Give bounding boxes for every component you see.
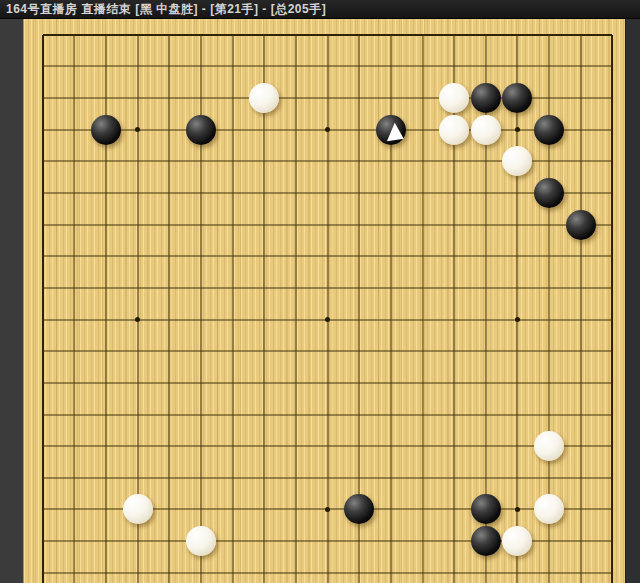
intersection[interactable] <box>154 209 186 241</box>
intersection[interactable] <box>122 367 154 399</box>
intersection[interactable] <box>154 557 186 583</box>
intersection[interactable] <box>280 240 312 272</box>
intersection[interactable] <box>597 335 625 367</box>
intersection[interactable] <box>565 177 597 209</box>
intersection[interactable] <box>59 82 91 114</box>
intersection[interactable] <box>185 335 217 367</box>
intersection[interactable] <box>280 494 312 526</box>
intersection[interactable] <box>533 462 565 494</box>
intersection[interactable] <box>312 114 344 146</box>
intersection[interactable] <box>27 177 59 209</box>
intersection[interactable] <box>375 19 407 51</box>
intersection[interactable] <box>565 304 597 336</box>
intersection[interactable] <box>565 146 597 178</box>
intersection[interactable] <box>217 19 249 51</box>
intersection[interactable] <box>533 51 565 83</box>
intersection[interactable] <box>280 209 312 241</box>
intersection[interactable] <box>27 209 59 241</box>
intersection[interactable] <box>375 525 407 557</box>
intersection[interactable] <box>533 146 565 178</box>
intersection[interactable] <box>312 177 344 209</box>
intersection[interactable] <box>343 82 375 114</box>
intersection[interactable] <box>533 209 565 241</box>
intersection[interactable] <box>312 525 344 557</box>
intersection[interactable] <box>27 335 59 367</box>
intersection[interactable] <box>438 146 470 178</box>
intersection[interactable] <box>122 494 154 526</box>
intersection[interactable] <box>154 462 186 494</box>
intersection[interactable] <box>185 462 217 494</box>
intersection[interactable] <box>375 82 407 114</box>
intersection[interactable] <box>343 51 375 83</box>
intersection[interactable] <box>343 177 375 209</box>
intersection[interactable] <box>470 240 502 272</box>
intersection[interactable] <box>248 209 280 241</box>
intersection[interactable] <box>59 430 91 462</box>
intersection[interactable] <box>470 304 502 336</box>
intersection[interactable] <box>217 462 249 494</box>
intersection[interactable] <box>27 525 59 557</box>
intersection[interactable] <box>502 525 534 557</box>
intersection[interactable] <box>154 367 186 399</box>
intersection[interactable] <box>90 19 122 51</box>
intersection[interactable] <box>27 304 59 336</box>
intersection[interactable] <box>312 304 344 336</box>
intersection[interactable] <box>312 19 344 51</box>
intersection[interactable] <box>533 367 565 399</box>
intersection[interactable] <box>533 494 565 526</box>
intersection[interactable] <box>470 335 502 367</box>
intersection[interactable] <box>343 525 375 557</box>
intersection[interactable] <box>343 430 375 462</box>
intersection[interactable] <box>597 430 625 462</box>
intersection[interactable] <box>407 430 439 462</box>
intersection[interactable] <box>565 82 597 114</box>
intersection[interactable] <box>343 399 375 431</box>
intersection[interactable] <box>280 557 312 583</box>
intersection[interactable] <box>597 304 625 336</box>
intersection[interactable] <box>597 51 625 83</box>
intersection[interactable] <box>438 209 470 241</box>
intersection[interactable] <box>217 177 249 209</box>
intersection[interactable] <box>470 272 502 304</box>
intersection[interactable] <box>597 462 625 494</box>
intersection[interactable] <box>90 82 122 114</box>
intersection[interactable] <box>217 146 249 178</box>
intersection[interactable] <box>280 430 312 462</box>
intersection[interactable] <box>407 335 439 367</box>
intersection[interactable] <box>90 240 122 272</box>
intersection[interactable] <box>502 430 534 462</box>
intersection[interactable] <box>312 146 344 178</box>
intersection[interactable] <box>312 82 344 114</box>
intersection[interactable] <box>597 146 625 178</box>
intersection[interactable] <box>407 525 439 557</box>
intersection[interactable] <box>27 146 59 178</box>
intersection[interactable] <box>375 430 407 462</box>
intersection[interactable] <box>438 240 470 272</box>
intersection[interactable] <box>59 114 91 146</box>
intersection[interactable] <box>502 51 534 83</box>
intersection[interactable] <box>248 146 280 178</box>
intersection[interactable] <box>597 240 625 272</box>
intersection[interactable] <box>59 304 91 336</box>
intersection[interactable] <box>407 494 439 526</box>
intersection[interactable] <box>185 525 217 557</box>
intersection[interactable] <box>597 557 625 583</box>
intersection[interactable] <box>185 399 217 431</box>
intersection[interactable] <box>470 177 502 209</box>
intersection[interactable] <box>375 335 407 367</box>
intersection[interactable] <box>375 114 407 146</box>
intersection[interactable] <box>502 272 534 304</box>
intersection[interactable] <box>438 114 470 146</box>
intersection[interactable] <box>375 51 407 83</box>
intersection[interactable] <box>248 240 280 272</box>
intersection[interactable] <box>27 462 59 494</box>
intersection[interactable] <box>312 557 344 583</box>
intersection[interactable] <box>343 19 375 51</box>
intersection[interactable] <box>597 399 625 431</box>
intersection[interactable] <box>248 335 280 367</box>
intersection[interactable] <box>470 494 502 526</box>
intersection[interactable] <box>470 114 502 146</box>
intersection[interactable] <box>597 494 625 526</box>
intersection[interactable] <box>565 240 597 272</box>
intersection[interactable] <box>438 272 470 304</box>
intersection[interactable] <box>375 209 407 241</box>
intersection[interactable] <box>217 557 249 583</box>
intersection[interactable] <box>280 335 312 367</box>
intersection[interactable] <box>185 19 217 51</box>
intersection[interactable] <box>470 209 502 241</box>
intersection[interactable] <box>470 525 502 557</box>
intersection[interactable] <box>280 367 312 399</box>
intersection[interactable] <box>90 272 122 304</box>
intersection[interactable] <box>343 146 375 178</box>
intersection[interactable] <box>470 51 502 83</box>
intersection[interactable] <box>407 272 439 304</box>
intersection[interactable] <box>217 399 249 431</box>
intersection[interactable] <box>533 240 565 272</box>
intersection[interactable] <box>280 82 312 114</box>
intersection[interactable] <box>248 272 280 304</box>
intersection[interactable] <box>27 399 59 431</box>
intersection[interactable] <box>565 272 597 304</box>
intersection[interactable] <box>502 209 534 241</box>
intersection[interactable] <box>438 304 470 336</box>
intersection[interactable] <box>154 114 186 146</box>
intersection[interactable] <box>438 177 470 209</box>
intersection[interactable] <box>90 557 122 583</box>
intersection[interactable] <box>90 146 122 178</box>
intersection[interactable] <box>343 557 375 583</box>
intersection[interactable] <box>217 494 249 526</box>
intersection[interactable] <box>565 19 597 51</box>
intersection[interactable] <box>502 494 534 526</box>
intersection[interactable] <box>90 114 122 146</box>
intersection[interactable] <box>122 557 154 583</box>
intersection[interactable] <box>343 240 375 272</box>
intersection[interactable] <box>122 304 154 336</box>
intersection[interactable] <box>470 557 502 583</box>
intersection[interactable] <box>217 82 249 114</box>
intersection[interactable] <box>502 19 534 51</box>
intersection[interactable] <box>217 430 249 462</box>
intersection[interactable] <box>59 272 91 304</box>
intersection[interactable] <box>407 304 439 336</box>
intersection[interactable] <box>185 51 217 83</box>
intersection[interactable] <box>59 462 91 494</box>
intersection[interactable] <box>248 557 280 583</box>
intersection[interactable] <box>597 19 625 51</box>
intersection[interactable] <box>248 399 280 431</box>
intersection[interactable] <box>217 114 249 146</box>
intersection[interactable] <box>90 177 122 209</box>
intersection[interactable] <box>407 399 439 431</box>
intersection[interactable] <box>565 367 597 399</box>
intersection[interactable] <box>438 399 470 431</box>
intersection[interactable] <box>185 272 217 304</box>
intersection[interactable] <box>154 51 186 83</box>
intersection[interactable] <box>59 146 91 178</box>
intersection[interactable] <box>154 177 186 209</box>
intersection[interactable] <box>90 209 122 241</box>
intersection[interactable] <box>27 367 59 399</box>
intersection[interactable] <box>375 399 407 431</box>
intersection[interactable] <box>565 525 597 557</box>
intersection[interactable] <box>407 114 439 146</box>
intersection[interactable] <box>154 19 186 51</box>
intersection[interactable] <box>154 335 186 367</box>
intersection[interactable] <box>597 209 625 241</box>
intersection[interactable] <box>438 51 470 83</box>
intersection[interactable] <box>217 51 249 83</box>
intersection[interactable] <box>533 430 565 462</box>
intersection[interactable] <box>122 399 154 431</box>
intersection[interactable] <box>533 19 565 51</box>
intersection[interactable] <box>375 494 407 526</box>
intersection[interactable] <box>185 177 217 209</box>
intersection[interactable] <box>375 367 407 399</box>
intersection[interactable] <box>438 557 470 583</box>
intersection[interactable] <box>90 304 122 336</box>
intersection[interactable] <box>565 494 597 526</box>
intersection[interactable] <box>502 335 534 367</box>
intersection[interactable] <box>27 82 59 114</box>
intersection[interactable] <box>343 114 375 146</box>
intersection[interactable] <box>343 462 375 494</box>
intersection[interactable] <box>90 430 122 462</box>
intersection[interactable] <box>27 430 59 462</box>
intersection[interactable] <box>59 209 91 241</box>
intersection[interactable] <box>502 177 534 209</box>
intersection[interactable] <box>122 114 154 146</box>
intersection[interactable] <box>185 494 217 526</box>
intersection[interactable] <box>470 367 502 399</box>
intersection[interactable] <box>280 525 312 557</box>
intersection[interactable] <box>312 51 344 83</box>
intersection[interactable] <box>597 177 625 209</box>
intersection[interactable] <box>154 146 186 178</box>
intersection[interactable] <box>470 146 502 178</box>
intersection[interactable] <box>90 494 122 526</box>
intersection[interactable] <box>565 430 597 462</box>
intersection[interactable] <box>502 82 534 114</box>
intersection[interactable] <box>59 494 91 526</box>
intersection[interactable] <box>343 335 375 367</box>
intersection[interactable] <box>122 51 154 83</box>
intersection[interactable] <box>280 19 312 51</box>
intersection[interactable] <box>565 335 597 367</box>
intersection[interactable] <box>217 209 249 241</box>
intersection[interactable] <box>312 240 344 272</box>
intersection[interactable] <box>27 51 59 83</box>
intersection[interactable] <box>217 335 249 367</box>
intersection[interactable] <box>59 335 91 367</box>
intersection[interactable] <box>565 114 597 146</box>
intersection[interactable] <box>343 367 375 399</box>
intersection[interactable] <box>122 462 154 494</box>
intersection[interactable] <box>185 557 217 583</box>
intersection[interactable] <box>343 209 375 241</box>
intersection[interactable] <box>280 272 312 304</box>
intersection[interactable] <box>565 557 597 583</box>
intersection[interactable] <box>438 494 470 526</box>
intersection[interactable] <box>248 494 280 526</box>
intersection[interactable] <box>154 399 186 431</box>
intersection[interactable] <box>597 367 625 399</box>
intersection[interactable] <box>248 430 280 462</box>
intersection[interactable] <box>407 82 439 114</box>
intersection[interactable] <box>185 82 217 114</box>
intersection[interactable] <box>312 399 344 431</box>
intersection[interactable] <box>502 367 534 399</box>
intersection[interactable] <box>122 272 154 304</box>
intersection[interactable] <box>248 462 280 494</box>
intersection[interactable] <box>502 114 534 146</box>
intersection[interactable] <box>280 399 312 431</box>
intersection[interactable] <box>185 430 217 462</box>
intersection[interactable] <box>280 304 312 336</box>
intersection[interactable] <box>407 240 439 272</box>
intersection[interactable] <box>122 430 154 462</box>
intersection[interactable] <box>59 19 91 51</box>
intersection[interactable] <box>248 367 280 399</box>
intersection[interactable] <box>343 304 375 336</box>
intersection[interactable] <box>438 82 470 114</box>
intersection[interactable] <box>217 272 249 304</box>
intersection[interactable] <box>407 19 439 51</box>
intersection[interactable] <box>375 146 407 178</box>
intersection[interactable] <box>375 304 407 336</box>
intersection[interactable] <box>375 272 407 304</box>
intersection[interactable] <box>217 304 249 336</box>
intersection[interactable] <box>375 557 407 583</box>
intersection[interactable] <box>407 557 439 583</box>
intersection[interactable] <box>502 146 534 178</box>
intersection[interactable] <box>59 525 91 557</box>
intersection[interactable] <box>90 399 122 431</box>
intersection[interactable] <box>407 177 439 209</box>
intersection[interactable] <box>122 177 154 209</box>
intersection[interactable] <box>565 209 597 241</box>
intersection[interactable] <box>185 114 217 146</box>
intersection[interactable] <box>154 304 186 336</box>
intersection[interactable] <box>312 335 344 367</box>
intersection[interactable] <box>533 114 565 146</box>
intersection[interactable] <box>533 335 565 367</box>
intersection[interactable] <box>407 367 439 399</box>
intersection[interactable] <box>248 114 280 146</box>
intersection[interactable] <box>375 177 407 209</box>
intersection[interactable] <box>27 494 59 526</box>
intersection[interactable] <box>27 240 59 272</box>
intersection[interactable] <box>407 51 439 83</box>
intersection[interactable] <box>59 557 91 583</box>
intersection[interactable] <box>312 209 344 241</box>
intersection[interactable] <box>59 399 91 431</box>
intersection[interactable] <box>470 462 502 494</box>
intersection[interactable] <box>27 557 59 583</box>
intersection[interactable] <box>312 462 344 494</box>
intersection[interactable] <box>533 525 565 557</box>
intersection[interactable] <box>122 525 154 557</box>
intersection[interactable] <box>533 557 565 583</box>
intersection[interactable] <box>90 51 122 83</box>
intersection[interactable] <box>154 240 186 272</box>
intersection[interactable] <box>122 335 154 367</box>
intersection[interactable] <box>122 146 154 178</box>
intersection[interactable] <box>597 525 625 557</box>
intersection[interactable] <box>312 494 344 526</box>
intersection[interactable] <box>185 146 217 178</box>
intersection[interactable] <box>470 19 502 51</box>
intersection[interactable] <box>438 335 470 367</box>
intersection[interactable] <box>407 146 439 178</box>
intersection[interactable] <box>565 51 597 83</box>
intersection[interactable] <box>533 177 565 209</box>
intersection[interactable] <box>407 462 439 494</box>
intersection[interactable] <box>154 525 186 557</box>
intersection[interactable] <box>280 114 312 146</box>
intersection[interactable] <box>185 240 217 272</box>
intersection[interactable] <box>217 240 249 272</box>
intersection[interactable] <box>502 557 534 583</box>
intersection[interactable] <box>248 304 280 336</box>
intersection[interactable] <box>248 82 280 114</box>
intersection[interactable] <box>470 82 502 114</box>
intersection[interactable] <box>248 177 280 209</box>
intersection[interactable] <box>565 462 597 494</box>
intersection[interactable] <box>438 19 470 51</box>
intersection[interactable] <box>90 525 122 557</box>
intersection[interactable] <box>470 430 502 462</box>
intersection[interactable] <box>375 240 407 272</box>
intersection[interactable] <box>154 272 186 304</box>
intersection[interactable] <box>185 209 217 241</box>
intersection[interactable] <box>59 240 91 272</box>
intersection[interactable] <box>312 430 344 462</box>
intersection[interactable] <box>533 272 565 304</box>
intersection[interactable] <box>154 494 186 526</box>
intersection[interactable] <box>597 114 625 146</box>
intersection[interactable] <box>27 272 59 304</box>
intersection[interactable] <box>248 525 280 557</box>
intersection[interactable] <box>375 462 407 494</box>
intersection[interactable] <box>122 240 154 272</box>
intersection[interactable] <box>185 304 217 336</box>
